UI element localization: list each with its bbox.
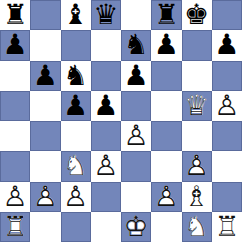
piece-white-pawn: ♟♙ [61, 182, 91, 212]
square-h6[interactable] [212, 61, 242, 91]
square-c2[interactable]: ♟♙ [61, 182, 91, 212]
square-h4[interactable] [212, 121, 242, 151]
square-e4[interactable]: ♟♙ [121, 121, 151, 151]
white-piece-outline: ♘ [61, 151, 91, 181]
square-b3[interactable] [30, 151, 60, 181]
piece-black-pawn: ♟ [30, 61, 60, 91]
piece-white-pawn: ♟♙ [151, 182, 181, 212]
chess-board: ♜♝♛♜♚♟♞♟♟♟♞♟♟♟♛♕♟♙♟♙♞♘♟♙♟♙♟♙♟♙♟♙♟♙♝♗♜♖♚♔… [0, 0, 242, 242]
square-c8[interactable]: ♝ [61, 0, 91, 30]
square-e3[interactable] [121, 151, 151, 181]
white-piece-outline: ♙ [121, 121, 151, 151]
square-f1[interactable] [151, 212, 181, 242]
square-e5[interactable] [121, 91, 151, 121]
square-e6[interactable]: ♟ [121, 61, 151, 91]
black-piece-body: ♞ [121, 30, 151, 60]
white-piece-outline: ♙ [151, 182, 181, 212]
white-piece-outline: ♙ [91, 151, 121, 181]
white-piece-outline: ♗ [182, 182, 212, 212]
square-f5[interactable] [151, 91, 181, 121]
white-piece-outline: ♙ [212, 91, 242, 121]
white-piece-outline: ♙ [30, 182, 60, 212]
square-h1[interactable]: ♜♖ [212, 212, 242, 242]
piece-black-pawn: ♟ [91, 91, 121, 121]
square-f8[interactable]: ♜ [151, 0, 181, 30]
square-d6[interactable] [91, 61, 121, 91]
white-piece-outline: ♘ [182, 212, 212, 242]
white-piece-outline: ♔ [121, 212, 151, 242]
square-h2[interactable] [212, 182, 242, 212]
square-f3[interactable] [151, 151, 181, 181]
square-a2[interactable]: ♟♙ [0, 182, 30, 212]
square-d1[interactable] [91, 212, 121, 242]
square-b5[interactable] [30, 91, 60, 121]
square-a7[interactable]: ♟ [0, 30, 30, 60]
black-piece-body: ♝ [61, 0, 91, 30]
square-f7[interactable]: ♟ [151, 30, 181, 60]
black-piece-body: ♟ [151, 30, 181, 60]
piece-white-pawn: ♟♙ [30, 182, 60, 212]
square-g7[interactable] [182, 30, 212, 60]
piece-black-pawn: ♟ [0, 30, 30, 60]
piece-black-pawn: ♟ [212, 30, 242, 60]
square-h5[interactable]: ♟♙ [212, 91, 242, 121]
square-a6[interactable] [0, 61, 30, 91]
piece-white-pawn: ♟♙ [182, 151, 212, 181]
square-b1[interactable] [30, 212, 60, 242]
white-piece-outline: ♖ [212, 212, 242, 242]
piece-white-pawn: ♟♙ [212, 91, 242, 121]
piece-black-pawn: ♟ [121, 61, 151, 91]
square-g4[interactable] [182, 121, 212, 151]
square-h7[interactable]: ♟ [212, 30, 242, 60]
square-e2[interactable] [121, 182, 151, 212]
piece-black-pawn: ♟ [151, 30, 181, 60]
square-c4[interactable] [61, 121, 91, 151]
square-e1[interactable]: ♚♔ [121, 212, 151, 242]
square-d3[interactable]: ♟♙ [91, 151, 121, 181]
black-piece-body: ♛ [91, 0, 121, 30]
piece-black-knight: ♞ [61, 61, 91, 91]
square-b6[interactable]: ♟ [30, 61, 60, 91]
piece-white-king: ♚♔ [121, 212, 151, 242]
piece-white-knight: ♞♘ [182, 212, 212, 242]
square-a5[interactable] [0, 91, 30, 121]
square-b4[interactable] [30, 121, 60, 151]
square-f6[interactable] [151, 61, 181, 91]
piece-black-rook: ♜ [0, 0, 30, 30]
square-h3[interactable] [212, 151, 242, 181]
piece-white-queen: ♛♕ [182, 91, 212, 121]
piece-white-pawn: ♟♙ [91, 151, 121, 181]
white-piece-outline: ♙ [61, 182, 91, 212]
black-piece-body: ♟ [61, 91, 91, 121]
square-c3[interactable]: ♞♘ [61, 151, 91, 181]
piece-black-rook: ♜ [151, 0, 181, 30]
white-piece-outline: ♙ [0, 182, 30, 212]
square-c1[interactable] [61, 212, 91, 242]
square-a4[interactable] [0, 121, 30, 151]
black-piece-body: ♜ [0, 0, 30, 30]
square-d7[interactable] [91, 30, 121, 60]
piece-white-pawn: ♟♙ [0, 182, 30, 212]
black-piece-body: ♜ [151, 0, 181, 30]
piece-white-knight: ♞♘ [61, 151, 91, 181]
piece-black-bishop: ♝ [61, 0, 91, 30]
piece-black-knight: ♞ [121, 30, 151, 60]
square-g2[interactable]: ♝♗ [182, 182, 212, 212]
square-d4[interactable] [91, 121, 121, 151]
piece-white-pawn: ♟♙ [121, 121, 151, 151]
square-a8[interactable]: ♜ [0, 0, 30, 30]
square-g1[interactable]: ♞♘ [182, 212, 212, 242]
black-piece-body: ♚ [182, 0, 212, 30]
piece-white-bishop: ♝♗ [182, 182, 212, 212]
square-a3[interactable] [0, 151, 30, 181]
square-d2[interactable] [91, 182, 121, 212]
square-d5[interactable]: ♟ [91, 91, 121, 121]
square-c6[interactable]: ♞ [61, 61, 91, 91]
white-piece-outline: ♕ [182, 91, 212, 121]
square-b2[interactable]: ♟♙ [30, 182, 60, 212]
square-a1[interactable]: ♜♖ [0, 212, 30, 242]
square-g6[interactable] [182, 61, 212, 91]
square-g8[interactable]: ♚ [182, 0, 212, 30]
black-piece-body: ♟ [91, 91, 121, 121]
square-f4[interactable] [151, 121, 181, 151]
square-g5[interactable]: ♛♕ [182, 91, 212, 121]
square-f2[interactable]: ♟♙ [151, 182, 181, 212]
black-piece-body: ♞ [61, 61, 91, 91]
black-piece-body: ♟ [30, 61, 60, 91]
square-d8[interactable]: ♛ [91, 0, 121, 30]
piece-black-king: ♚ [182, 0, 212, 30]
square-b7[interactable] [30, 30, 60, 60]
black-piece-body: ♟ [212, 30, 242, 60]
white-piece-outline: ♙ [182, 151, 212, 181]
square-c5[interactable]: ♟ [61, 91, 91, 121]
square-g3[interactable]: ♟♙ [182, 151, 212, 181]
square-e7[interactable]: ♞ [121, 30, 151, 60]
piece-white-rook: ♜♖ [0, 212, 30, 242]
piece-black-queen: ♛ [91, 0, 121, 30]
piece-black-pawn: ♟ [61, 91, 91, 121]
black-piece-body: ♟ [0, 30, 30, 60]
white-piece-outline: ♖ [0, 212, 30, 242]
square-h8[interactable] [212, 0, 242, 30]
square-c7[interactable] [61, 30, 91, 60]
square-b8[interactable] [30, 0, 60, 30]
square-e8[interactable] [121, 0, 151, 30]
black-piece-body: ♟ [121, 61, 151, 91]
piece-white-rook: ♜♖ [212, 212, 242, 242]
